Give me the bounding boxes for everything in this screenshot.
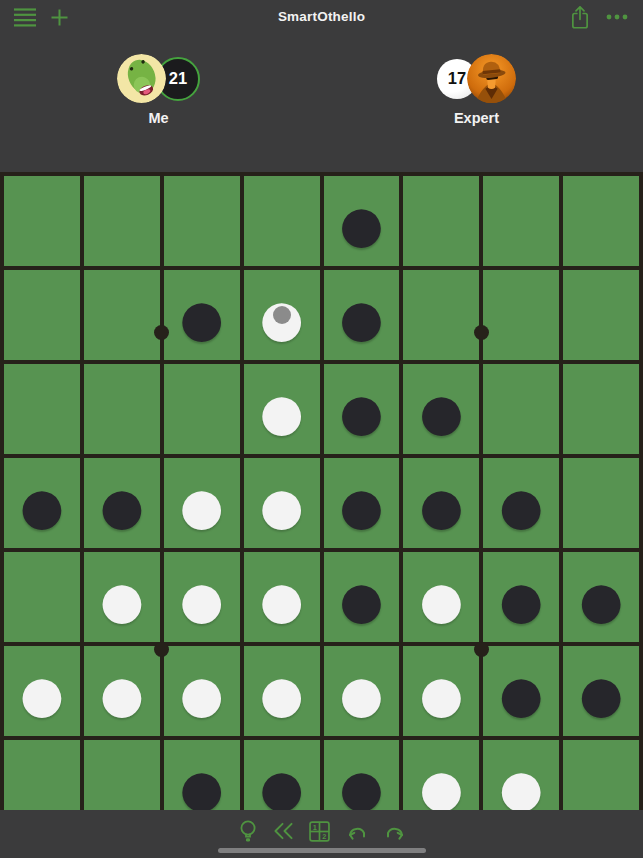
board-cell[interactable] <box>84 364 160 454</box>
white-disc: ● <box>175 460 229 550</box>
board-cell[interactable]: ● <box>403 552 479 642</box>
black-disc: ● <box>95 460 149 550</box>
black-disc: ● <box>414 460 468 550</box>
board-cell[interactable]: ● <box>244 458 320 548</box>
black-disc: ● <box>574 554 628 644</box>
board-cell[interactable] <box>403 176 479 266</box>
board-cell[interactable] <box>403 270 479 360</box>
white-disc: ● <box>414 554 468 644</box>
white-disc: ● <box>175 648 229 738</box>
board-cell[interactable]: ● <box>84 552 160 642</box>
board-cell[interactable] <box>563 364 639 454</box>
share-button[interactable] <box>570 5 590 30</box>
board-cell[interactable]: ● <box>483 458 559 548</box>
board-cell[interactable]: ● <box>403 364 479 454</box>
board-cell[interactable] <box>563 176 639 266</box>
black-disc: ● <box>494 554 548 644</box>
board-cell[interactable]: ● <box>403 458 479 548</box>
white-disc: ● <box>254 460 308 550</box>
move-numbers-grid-icon: 1 2 <box>309 821 330 842</box>
move-numbers-button[interactable]: 1 2 <box>309 821 330 842</box>
board-cell[interactable]: ● <box>324 552 400 642</box>
svg-text:2: 2 <box>322 832 326 841</box>
board-cell[interactable]: ● <box>324 646 400 736</box>
board-cell[interactable] <box>4 364 80 454</box>
player-me: 21 Me <box>117 54 200 126</box>
board-cell[interactable]: ● <box>164 552 240 642</box>
navbar: SmartOthello <box>0 0 643 34</box>
new-game-button[interactable] <box>51 9 68 26</box>
black-disc: ● <box>334 366 388 456</box>
board-cell[interactable]: ● <box>164 646 240 736</box>
board-cell[interactable]: ● <box>483 646 559 736</box>
board-cell[interactable] <box>483 176 559 266</box>
board-cell[interactable]: ● <box>164 458 240 548</box>
me-avatar[interactable] <box>117 54 166 103</box>
board-cell[interactable] <box>84 176 160 266</box>
black-disc: ● <box>334 554 388 644</box>
white-disc: ● <box>95 554 149 644</box>
board-cell[interactable]: ● <box>244 646 320 736</box>
board-cell[interactable] <box>164 364 240 454</box>
black-disc: ● <box>414 366 468 456</box>
board-cell[interactable]: ● <box>244 364 320 454</box>
board-cell[interactable] <box>483 364 559 454</box>
page-title: SmartOthello <box>278 9 365 24</box>
board-cell[interactable]: ● <box>324 364 400 454</box>
rewind-icon <box>274 822 293 840</box>
lightbulb-icon <box>238 819 258 843</box>
white-disc: ● <box>414 648 468 738</box>
footer-toolbar: 1 2 <box>0 810 643 858</box>
board: ●●●●●●●●●●●●●●●●●●●●●●●●●●●●●●●●●●●●●● <box>0 172 643 810</box>
black-disc: ● <box>334 272 388 362</box>
hint-button[interactable] <box>238 819 258 843</box>
plus-icon <box>51 9 68 26</box>
board-cell[interactable]: ● <box>563 646 639 736</box>
share-icon <box>570 5 590 30</box>
white-disc: ● <box>254 554 308 644</box>
white-disc: ● <box>254 648 308 738</box>
player-expert: 17 <box>437 54 516 126</box>
expert-label: Expert <box>454 110 499 126</box>
board-cell[interactable]: ● <box>244 552 320 642</box>
star-point <box>474 325 489 340</box>
header: SmartOthello <box>0 0 643 172</box>
svg-text:1: 1 <box>312 822 316 831</box>
hamburger-menu-icon <box>14 8 36 27</box>
board-cell[interactable]: ● <box>4 646 80 736</box>
board-cell[interactable] <box>4 552 80 642</box>
board-cell[interactable]: ● <box>403 646 479 736</box>
ellipsis-icon <box>605 13 629 21</box>
black-disc: ● <box>494 460 548 550</box>
expert-avatar[interactable] <box>467 54 516 103</box>
board-cell[interactable] <box>244 176 320 266</box>
black-disc: ● <box>574 648 628 738</box>
white-disc: ● <box>15 648 69 738</box>
board-cell[interactable] <box>563 458 639 548</box>
board-cell[interactable] <box>4 176 80 266</box>
undo-icon <box>346 822 368 841</box>
board-cell[interactable]: ● <box>4 458 80 548</box>
black-disc: ● <box>334 178 388 268</box>
white-disc: ● <box>175 554 229 644</box>
board-cell[interactable]: ● <box>324 176 400 266</box>
board-cell[interactable]: ● <box>84 646 160 736</box>
black-disc: ● <box>15 460 69 550</box>
board-cell[interactable] <box>84 270 160 360</box>
last-move-marker <box>273 306 291 324</box>
black-disc: ● <box>334 460 388 550</box>
board-cell[interactable]: ● <box>164 270 240 360</box>
board-cell[interactable] <box>483 270 559 360</box>
home-indicator[interactable] <box>218 848 426 853</box>
black-disc: ● <box>175 272 229 362</box>
board-cell[interactable]: ● <box>483 552 559 642</box>
board-cell[interactable]: ● <box>84 458 160 548</box>
board-cell[interactable]: ● <box>244 270 320 360</box>
redo-button[interactable] <box>384 822 406 841</box>
more-button[interactable] <box>605 13 629 21</box>
star-point <box>474 642 489 657</box>
board-cell[interactable]: ● <box>324 270 400 360</box>
black-disc: ● <box>494 648 548 738</box>
white-disc: ● <box>95 648 149 738</box>
white-disc: ● <box>334 648 388 738</box>
board-cell[interactable]: ● <box>563 552 639 642</box>
redo-icon <box>384 822 406 841</box>
menu-button[interactable] <box>14 8 36 27</box>
rewind-start-button[interactable] <box>274 822 293 840</box>
board-cell[interactable] <box>563 270 639 360</box>
board-cell[interactable]: ● <box>324 458 400 548</box>
white-disc: ● <box>254 366 308 456</box>
undo-button[interactable] <box>346 822 368 841</box>
board-cell[interactable] <box>164 176 240 266</box>
board-cell[interactable] <box>4 270 80 360</box>
me-label: Me <box>148 110 168 126</box>
